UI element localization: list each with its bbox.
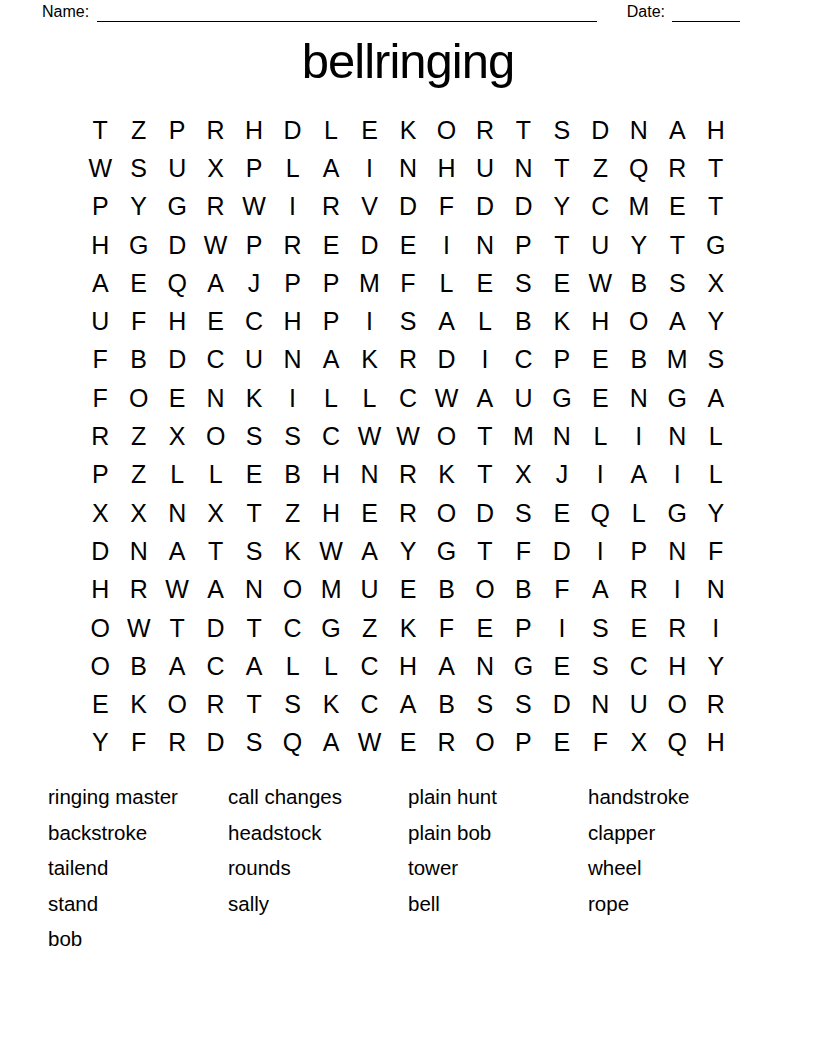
grid-cell-r4c13: T xyxy=(543,226,581,264)
grid-cell-r12c10: G xyxy=(427,532,465,570)
grid-cell-r1c4: R xyxy=(196,111,234,149)
grid-cell-r4c1: H xyxy=(81,226,119,264)
grid-cell-r9c16: N xyxy=(658,417,696,455)
word-list-item: plain bob xyxy=(408,815,497,851)
grid-cell-r2c9: N xyxy=(389,149,427,187)
grid-cell-r15c10: A xyxy=(427,647,465,685)
grid-cell-r1c11: R xyxy=(466,111,504,149)
header: Name: Date: xyxy=(42,2,740,22)
grid-cell-r7c3: D xyxy=(158,341,196,379)
grid-cell-r6c4: E xyxy=(196,302,234,340)
grid-cell-r17c1: Y xyxy=(81,724,119,762)
grid-cell-r17c7: A xyxy=(312,724,350,762)
grid-cell-r14c10: F xyxy=(427,609,465,647)
grid-cell-r16c8: C xyxy=(350,685,388,723)
grid-cell-r11c8: E xyxy=(350,494,388,532)
grid-cell-r9c11: T xyxy=(466,417,504,455)
grid-cell-r4c3: D xyxy=(158,226,196,264)
grid-cell-r7c10: D xyxy=(427,341,465,379)
grid-cell-r7c16: M xyxy=(658,341,696,379)
grid-cell-r17c14: F xyxy=(581,724,619,762)
worksheet-page: Name: Date: bellringing TZPRHDLEKORTSDNA… xyxy=(0,0,816,1056)
word-list-item: rope xyxy=(588,886,689,922)
grid-cell-r17c16: Q xyxy=(658,724,696,762)
grid-cell-r15c2: B xyxy=(119,647,157,685)
grid-cell-r1c9: K xyxy=(389,111,427,149)
grid-cell-r2c13: T xyxy=(543,149,581,187)
grid-cell-r17c3: R xyxy=(158,724,196,762)
grid-cell-r3c4: R xyxy=(196,188,234,226)
grid-cell-r1c10: O xyxy=(427,111,465,149)
word-column-1: ringing masterbackstroketailendstandbob xyxy=(48,779,178,957)
grid-cell-r10c9: R xyxy=(389,456,427,494)
grid-cell-r5c11: E xyxy=(466,264,504,302)
grid-cell-r6c3: H xyxy=(158,302,196,340)
grid-cell-r4c5: P xyxy=(235,226,273,264)
grid-cell-r5c15: B xyxy=(620,264,658,302)
grid-cell-r12c8: A xyxy=(350,532,388,570)
grid-cell-r4c15: Y xyxy=(620,226,658,264)
grid-cell-r3c9: D xyxy=(389,188,427,226)
grid-cell-r12c17: F xyxy=(697,532,735,570)
grid-cell-r7c17: S xyxy=(697,341,735,379)
grid-cell-r4c10: I xyxy=(427,226,465,264)
grid-cell-r3c8: V xyxy=(350,188,388,226)
grid-cell-r4c17: G xyxy=(697,226,735,264)
grid-cell-r1c17: H xyxy=(697,111,735,149)
grid-cell-r16c13: D xyxy=(543,685,581,723)
grid-cell-r8c15: N xyxy=(620,379,658,417)
grid-cell-r6c15: O xyxy=(620,302,658,340)
grid-cell-r8c16: G xyxy=(658,379,696,417)
grid-cell-r9c8: W xyxy=(350,417,388,455)
grid-cell-r3c5: W xyxy=(235,188,273,226)
grid-cell-r5c1: A xyxy=(81,264,119,302)
grid-cell-r7c6: N xyxy=(273,341,311,379)
grid-cell-r9c6: S xyxy=(273,417,311,455)
grid-cell-r15c7: L xyxy=(312,647,350,685)
grid-cell-r13c4: A xyxy=(196,571,234,609)
grid-cell-r6c17: Y xyxy=(697,302,735,340)
grid-cell-r14c3: T xyxy=(158,609,196,647)
word-column-2: call changesheadstockroundssally xyxy=(228,779,342,921)
grid-cell-r2c12: N xyxy=(504,149,542,187)
grid-cell-r8c8: L xyxy=(350,379,388,417)
letter-grid: TZPRHDLEKORTSDNAHWSUXPLAINHUNTZQRTPYGRWI… xyxy=(81,111,735,762)
grid-cell-r1c12: T xyxy=(504,111,542,149)
grid-cell-r1c13: S xyxy=(543,111,581,149)
grid-cell-r11c17: Y xyxy=(697,494,735,532)
grid-cell-r12c16: N xyxy=(658,532,696,570)
word-list-item: bell xyxy=(408,886,497,922)
grid-cell-r9c12: M xyxy=(504,417,542,455)
grid-cell-r8c1: F xyxy=(81,379,119,417)
grid-cell-r10c15: A xyxy=(620,456,658,494)
grid-cell-r1c3: P xyxy=(158,111,196,149)
grid-cell-r15c6: L xyxy=(273,647,311,685)
grid-cell-r16c7: K xyxy=(312,685,350,723)
grid-cell-r16c11: S xyxy=(466,685,504,723)
grid-cell-r15c5: A xyxy=(235,647,273,685)
grid-cell-r12c3: A xyxy=(158,532,196,570)
grid-cell-r16c3: O xyxy=(158,685,196,723)
grid-cell-r9c2: Z xyxy=(119,417,157,455)
grid-cell-r16c15: U xyxy=(620,685,658,723)
grid-cell-r11c7: H xyxy=(312,494,350,532)
grid-cell-r7c2: B xyxy=(119,341,157,379)
grid-cell-r1c14: D xyxy=(581,111,619,149)
grid-cell-r8c4: N xyxy=(196,379,234,417)
grid-cell-r17c12: P xyxy=(504,724,542,762)
grid-cell-r6c11: L xyxy=(466,302,504,340)
grid-cell-r17c5: S xyxy=(235,724,273,762)
grid-cell-r12c15: P xyxy=(620,532,658,570)
grid-cell-r7c7: A xyxy=(312,341,350,379)
grid-cell-r5c13: E xyxy=(543,264,581,302)
grid-cell-r13c3: W xyxy=(158,571,196,609)
grid-cell-r8c9: C xyxy=(389,379,427,417)
grid-cell-r15c8: C xyxy=(350,647,388,685)
word-list-item: tower xyxy=(408,850,497,886)
grid-cell-r4c8: D xyxy=(350,226,388,264)
grid-cell-r9c14: L xyxy=(581,417,619,455)
grid-cell-r7c8: K xyxy=(350,341,388,379)
grid-cell-r8c13: G xyxy=(543,379,581,417)
grid-cell-r13c9: E xyxy=(389,571,427,609)
grid-cell-r11c5: T xyxy=(235,494,273,532)
grid-cell-r5c8: M xyxy=(350,264,388,302)
grid-cell-r5c10: L xyxy=(427,264,465,302)
grid-cell-r14c9: K xyxy=(389,609,427,647)
grid-cell-r5c3: Q xyxy=(158,264,196,302)
grid-cell-r17c15: X xyxy=(620,724,658,762)
grid-cell-r8c3: E xyxy=(158,379,196,417)
grid-cell-r8c10: W xyxy=(427,379,465,417)
grid-cell-r6c14: H xyxy=(581,302,619,340)
grid-cell-r10c12: X xyxy=(504,456,542,494)
grid-cell-r10c7: H xyxy=(312,456,350,494)
grid-cell-r7c14: E xyxy=(581,341,619,379)
grid-cell-r14c13: I xyxy=(543,609,581,647)
grid-cell-r10c13: J xyxy=(543,456,581,494)
name-blank-line xyxy=(97,5,597,22)
grid-cell-r15c14: S xyxy=(581,647,619,685)
grid-cell-r14c11: E xyxy=(466,609,504,647)
grid-cell-r15c12: G xyxy=(504,647,542,685)
grid-cell-r4c4: W xyxy=(196,226,234,264)
grid-cell-r7c9: R xyxy=(389,341,427,379)
grid-cell-r14c17: I xyxy=(697,609,735,647)
grid-cell-r1c7: L xyxy=(312,111,350,149)
grid-cell-r12c11: T xyxy=(466,532,504,570)
grid-cell-r11c12: S xyxy=(504,494,542,532)
grid-cell-r1c2: Z xyxy=(119,111,157,149)
grid-cell-r4c14: U xyxy=(581,226,619,264)
grid-cell-r9c13: N xyxy=(543,417,581,455)
grid-cell-r6c5: C xyxy=(235,302,273,340)
grid-cell-r4c11: N xyxy=(466,226,504,264)
grid-cell-r11c14: Q xyxy=(581,494,619,532)
grid-cell-r6c12: B xyxy=(504,302,542,340)
grid-cell-r13c16: I xyxy=(658,571,696,609)
grid-cell-r3c3: G xyxy=(158,188,196,226)
grid-cell-r8c5: K xyxy=(235,379,273,417)
grid-cell-r5c16: S xyxy=(658,264,696,302)
grid-cell-r3c16: E xyxy=(658,188,696,226)
grid-cell-r8c6: I xyxy=(273,379,311,417)
grid-cell-r17c9: E xyxy=(389,724,427,762)
word-list-item: stand xyxy=(48,886,178,922)
grid-cell-r2c3: U xyxy=(158,149,196,187)
grid-cell-r14c5: T xyxy=(235,609,273,647)
grid-cell-r12c6: K xyxy=(273,532,311,570)
grid-cell-r1c16: A xyxy=(658,111,696,149)
grid-cell-r10c6: B xyxy=(273,456,311,494)
grid-cell-r3c6: I xyxy=(273,188,311,226)
grid-cell-r11c1: X xyxy=(81,494,119,532)
grid-cell-r12c5: S xyxy=(235,532,273,570)
grid-cell-r11c3: N xyxy=(158,494,196,532)
grid-cell-r15c11: N xyxy=(466,647,504,685)
grid-cell-r9c5: S xyxy=(235,417,273,455)
word-list-item: sally xyxy=(228,886,342,922)
grid-cell-r3c17: T xyxy=(697,188,735,226)
grid-cell-r8c12: U xyxy=(504,379,542,417)
grid-cell-r3c7: R xyxy=(312,188,350,226)
grid-cell-r9c9: W xyxy=(389,417,427,455)
grid-cell-r7c13: P xyxy=(543,341,581,379)
grid-cell-r11c6: Z xyxy=(273,494,311,532)
grid-cell-r3c13: Y xyxy=(543,188,581,226)
grid-cell-r7c4: C xyxy=(196,341,234,379)
grid-cell-r10c5: E xyxy=(235,456,273,494)
grid-cell-r12c14: I xyxy=(581,532,619,570)
grid-cell-r4c12: P xyxy=(504,226,542,264)
grid-cell-r17c11: O xyxy=(466,724,504,762)
grid-cell-r1c1: T xyxy=(81,111,119,149)
grid-cell-r15c16: H xyxy=(658,647,696,685)
grid-cell-r15c9: H xyxy=(389,647,427,685)
grid-cell-r9c17: L xyxy=(697,417,735,455)
grid-cell-r9c10: O xyxy=(427,417,465,455)
date-blank-line xyxy=(672,5,740,22)
word-list-item: rounds xyxy=(228,850,342,886)
grid-cell-r17c13: E xyxy=(543,724,581,762)
grid-cell-r5c7: P xyxy=(312,264,350,302)
grid-cell-r17c8: W xyxy=(350,724,388,762)
grid-cell-r13c7: M xyxy=(312,571,350,609)
grid-cell-r9c15: I xyxy=(620,417,658,455)
grid-cell-r9c1: R xyxy=(81,417,119,455)
word-list-item: handstroke xyxy=(588,779,689,815)
grid-cell-r13c10: B xyxy=(427,571,465,609)
grid-cell-r2c11: U xyxy=(466,149,504,187)
grid-cell-r12c1: D xyxy=(81,532,119,570)
grid-cell-r13c6: O xyxy=(273,571,311,609)
grid-cell-r6c9: S xyxy=(389,302,427,340)
grid-cell-r15c13: E xyxy=(543,647,581,685)
grid-cell-r4c9: E xyxy=(389,226,427,264)
grid-cell-r11c2: X xyxy=(119,494,157,532)
grid-cell-r11c4: X xyxy=(196,494,234,532)
grid-cell-r12c13: D xyxy=(543,532,581,570)
grid-cell-r7c15: B xyxy=(620,341,658,379)
grid-cell-r10c17: L xyxy=(697,456,735,494)
grid-cell-r16c12: S xyxy=(504,685,542,723)
grid-cell-r2c7: A xyxy=(312,149,350,187)
grid-cell-r5c6: P xyxy=(273,264,311,302)
grid-cell-r10c16: I xyxy=(658,456,696,494)
grid-cell-r1c8: E xyxy=(350,111,388,149)
grid-cell-r13c5: N xyxy=(235,571,273,609)
grid-cell-r7c12: C xyxy=(504,341,542,379)
grid-cell-r10c4: L xyxy=(196,456,234,494)
grid-cell-r5c4: A xyxy=(196,264,234,302)
grid-cell-r14c12: P xyxy=(504,609,542,647)
word-list-item: bob xyxy=(48,921,178,957)
grid-cell-r13c12: B xyxy=(504,571,542,609)
grid-cell-r8c17: A xyxy=(697,379,735,417)
grid-cell-r10c2: Z xyxy=(119,456,157,494)
grid-cell-r3c1: P xyxy=(81,188,119,226)
grid-cell-r11c10: O xyxy=(427,494,465,532)
grid-cell-r5c12: S xyxy=(504,264,542,302)
grid-cell-r14c8: Z xyxy=(350,609,388,647)
grid-cell-r6c6: H xyxy=(273,302,311,340)
grid-cell-r6c7: P xyxy=(312,302,350,340)
grid-cell-r14c4: D xyxy=(196,609,234,647)
word-list-item: headstock xyxy=(228,815,342,851)
grid-cell-r14c2: W xyxy=(119,609,157,647)
word-column-4: handstrokeclapperwheelrope xyxy=(588,779,689,921)
puzzle-title: bellringing xyxy=(0,33,816,89)
grid-cell-r3c2: Y xyxy=(119,188,157,226)
grid-cell-r10c10: K xyxy=(427,456,465,494)
word-list-item: wheel xyxy=(588,850,689,886)
grid-cell-r6c16: A xyxy=(658,302,696,340)
grid-cell-r1c6: D xyxy=(273,111,311,149)
grid-cell-r13c15: R xyxy=(620,571,658,609)
grid-cell-r2c4: X xyxy=(196,149,234,187)
grid-cell-r16c16: O xyxy=(658,685,696,723)
grid-cell-r15c4: C xyxy=(196,647,234,685)
grid-cell-r17c2: F xyxy=(119,724,157,762)
grid-cell-r16c17: R xyxy=(697,685,735,723)
grid-cell-r2c17: T xyxy=(697,149,735,187)
grid-cell-r12c12: F xyxy=(504,532,542,570)
word-list-item: call changes xyxy=(228,779,342,815)
grid-cell-r2c14: Z xyxy=(581,149,619,187)
grid-cell-r16c10: B xyxy=(427,685,465,723)
grid-cell-r9c7: C xyxy=(312,417,350,455)
grid-cell-r2c2: S xyxy=(119,149,157,187)
grid-cell-r2c10: H xyxy=(427,149,465,187)
word-list-item: ringing master xyxy=(48,779,178,815)
grid-cell-r6c8: I xyxy=(350,302,388,340)
grid-cell-r17c17: H xyxy=(697,724,735,762)
grid-cell-r12c9: Y xyxy=(389,532,427,570)
grid-cell-r2c5: P xyxy=(235,149,273,187)
grid-cell-r15c17: Y xyxy=(697,647,735,685)
grid-cell-r16c1: E xyxy=(81,685,119,723)
grid-cell-r12c2: N xyxy=(119,532,157,570)
grid-cell-r15c15: C xyxy=(620,647,658,685)
grid-cell-r3c10: F xyxy=(427,188,465,226)
grid-cell-r16c4: R xyxy=(196,685,234,723)
name-label: Name: xyxy=(42,2,89,22)
grid-cell-r13c14: A xyxy=(581,571,619,609)
grid-cell-r11c16: G xyxy=(658,494,696,532)
grid-cell-r13c8: U xyxy=(350,571,388,609)
grid-cell-r12c7: W xyxy=(312,532,350,570)
grid-cell-r1c5: H xyxy=(235,111,273,149)
grid-cell-r9c4: O xyxy=(196,417,234,455)
grid-cell-r10c1: P xyxy=(81,456,119,494)
grid-cell-r16c9: A xyxy=(389,685,427,723)
grid-cell-r2c6: L xyxy=(273,149,311,187)
grid-cell-r13c2: R xyxy=(119,571,157,609)
grid-cell-r16c14: N xyxy=(581,685,619,723)
word-list-item: backstroke xyxy=(48,815,178,851)
grid-cell-r5c17: X xyxy=(697,264,735,302)
grid-cell-r2c1: W xyxy=(81,149,119,187)
grid-cell-r6c13: K xyxy=(543,302,581,340)
grid-cell-r13c13: F xyxy=(543,571,581,609)
grid-cell-r4c7: E xyxy=(312,226,350,264)
date-label: Date: xyxy=(627,2,665,22)
grid-cell-r16c2: K xyxy=(119,685,157,723)
grid-cell-r5c14: W xyxy=(581,264,619,302)
grid-cell-r9c3: X xyxy=(158,417,196,455)
grid-cell-r17c6: Q xyxy=(273,724,311,762)
grid-cell-r3c15: M xyxy=(620,188,658,226)
grid-cell-r2c8: I xyxy=(350,149,388,187)
grid-cell-r1c15: N xyxy=(620,111,658,149)
grid-cell-r15c3: A xyxy=(158,647,196,685)
grid-cell-r14c6: C xyxy=(273,609,311,647)
grid-cell-r11c9: R xyxy=(389,494,427,532)
word-list-item: plain hunt xyxy=(408,779,497,815)
grid-cell-r14c15: E xyxy=(620,609,658,647)
word-list-item: clapper xyxy=(588,815,689,851)
word-column-3: plain huntplain bobtowerbell xyxy=(408,779,497,921)
grid-cell-r8c11: A xyxy=(466,379,504,417)
grid-cell-r6c10: A xyxy=(427,302,465,340)
grid-cell-r4c6: R xyxy=(273,226,311,264)
grid-cell-r14c16: R xyxy=(658,609,696,647)
grid-cell-r5c5: J xyxy=(235,264,273,302)
grid-cell-r6c2: F xyxy=(119,302,157,340)
grid-cell-r7c5: U xyxy=(235,341,273,379)
grid-cell-r10c8: N xyxy=(350,456,388,494)
grid-cell-r3c12: D xyxy=(504,188,542,226)
grid-cell-r11c13: E xyxy=(543,494,581,532)
grid-cell-r11c15: L xyxy=(620,494,658,532)
grid-cell-r8c14: E xyxy=(581,379,619,417)
grid-cell-r4c16: T xyxy=(658,226,696,264)
grid-cell-r2c16: R xyxy=(658,149,696,187)
grid-cell-r16c5: T xyxy=(235,685,273,723)
grid-cell-r5c9: F xyxy=(389,264,427,302)
grid-cell-r12c4: T xyxy=(196,532,234,570)
grid-cell-r13c1: H xyxy=(81,571,119,609)
grid-cell-r5c2: E xyxy=(119,264,157,302)
grid-cell-r10c14: I xyxy=(581,456,619,494)
grid-cell-r6c1: U xyxy=(81,302,119,340)
grid-cell-r7c1: F xyxy=(81,341,119,379)
grid-cell-r17c4: D xyxy=(196,724,234,762)
grid-cell-r14c7: G xyxy=(312,609,350,647)
